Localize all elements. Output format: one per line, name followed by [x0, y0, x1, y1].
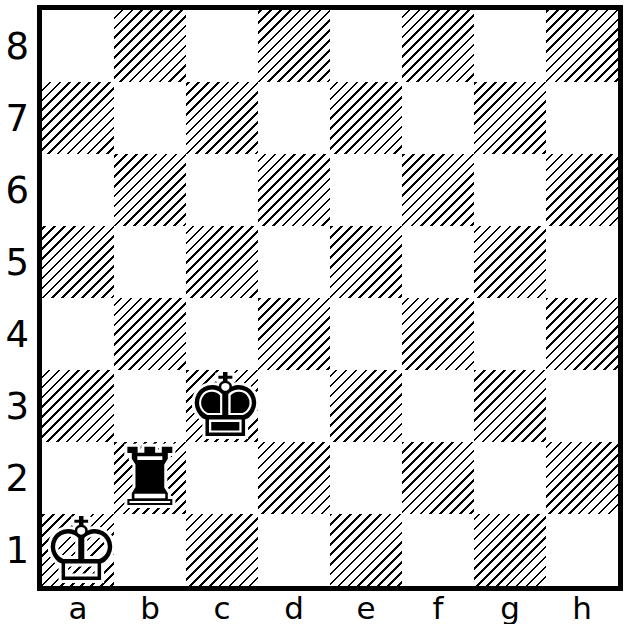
- square-g3: [474, 370, 546, 442]
- square-f6: [402, 154, 474, 226]
- square-e5: [330, 226, 402, 298]
- square-g1: [474, 514, 546, 586]
- chess-diagram: 87654321 abcdefgh: [0, 0, 624, 624]
- white-king: [42, 514, 114, 586]
- square-c5: [186, 226, 258, 298]
- square-f3: [402, 370, 474, 442]
- square-d7: [258, 82, 330, 154]
- square-f5: [402, 226, 474, 298]
- file-label-d: d: [258, 592, 330, 624]
- black-rook: [114, 442, 186, 514]
- square-h6: [546, 154, 618, 226]
- square-a7: [42, 82, 114, 154]
- square-g4: [474, 298, 546, 370]
- square-c8: [186, 10, 258, 82]
- square-b5: [114, 226, 186, 298]
- file-label-h: h: [546, 592, 618, 624]
- square-g8: [474, 10, 546, 82]
- square-g2: [474, 442, 546, 514]
- square-c2: [186, 442, 258, 514]
- file-label-c: c: [186, 592, 258, 624]
- square-g6: [474, 154, 546, 226]
- square-c7: [186, 82, 258, 154]
- rank-label-2: 2: [0, 442, 34, 514]
- rank-label-6: 6: [0, 154, 34, 226]
- rank-label-7: 7: [0, 82, 34, 154]
- square-c4: [186, 298, 258, 370]
- square-b3: [114, 370, 186, 442]
- rank-labels: 87654321: [0, 10, 34, 586]
- square-d4: [258, 298, 330, 370]
- square-c1: [186, 514, 258, 586]
- black-king: [186, 370, 258, 442]
- rank-label-5: 5: [0, 226, 34, 298]
- square-g5: [474, 226, 546, 298]
- square-b2: [114, 442, 186, 514]
- square-d8: [258, 10, 330, 82]
- square-f1: [402, 514, 474, 586]
- square-e8: [330, 10, 402, 82]
- square-f8: [402, 10, 474, 82]
- square-a6: [42, 154, 114, 226]
- file-labels: abcdefgh: [42, 592, 618, 624]
- square-d5: [258, 226, 330, 298]
- square-h5: [546, 226, 618, 298]
- square-h1: [546, 514, 618, 586]
- square-a4: [42, 298, 114, 370]
- file-label-f: f: [402, 592, 474, 624]
- square-a3: [42, 370, 114, 442]
- square-h2: [546, 442, 618, 514]
- square-h3: [546, 370, 618, 442]
- square-b1: [114, 514, 186, 586]
- square-b8: [114, 10, 186, 82]
- square-d1: [258, 514, 330, 586]
- rank-label-3: 3: [0, 370, 34, 442]
- square-b6: [114, 154, 186, 226]
- square-e4: [330, 298, 402, 370]
- square-e7: [330, 82, 402, 154]
- chess-board: [37, 5, 623, 591]
- square-f7: [402, 82, 474, 154]
- square-h8: [546, 10, 618, 82]
- square-h4: [546, 298, 618, 370]
- square-f4: [402, 298, 474, 370]
- square-d3: [258, 370, 330, 442]
- square-a2: [42, 442, 114, 514]
- square-b4: [114, 298, 186, 370]
- square-e3: [330, 370, 402, 442]
- square-e6: [330, 154, 402, 226]
- rank-label-8: 8: [0, 10, 34, 82]
- square-d2: [258, 442, 330, 514]
- square-e2: [330, 442, 402, 514]
- file-label-g: g: [474, 592, 546, 624]
- file-label-b: b: [114, 592, 186, 624]
- square-h7: [546, 82, 618, 154]
- square-d6: [258, 154, 330, 226]
- square-e1: [330, 514, 402, 586]
- square-a1: [42, 514, 114, 586]
- file-label-a: a: [42, 592, 114, 624]
- square-a8: [42, 10, 114, 82]
- square-g7: [474, 82, 546, 154]
- rank-label-4: 4: [0, 298, 34, 370]
- rank-label-1: 1: [0, 514, 34, 586]
- square-c6: [186, 154, 258, 226]
- square-f2: [402, 442, 474, 514]
- square-c3: [186, 370, 258, 442]
- square-a5: [42, 226, 114, 298]
- file-label-e: e: [330, 592, 402, 624]
- square-b7: [114, 82, 186, 154]
